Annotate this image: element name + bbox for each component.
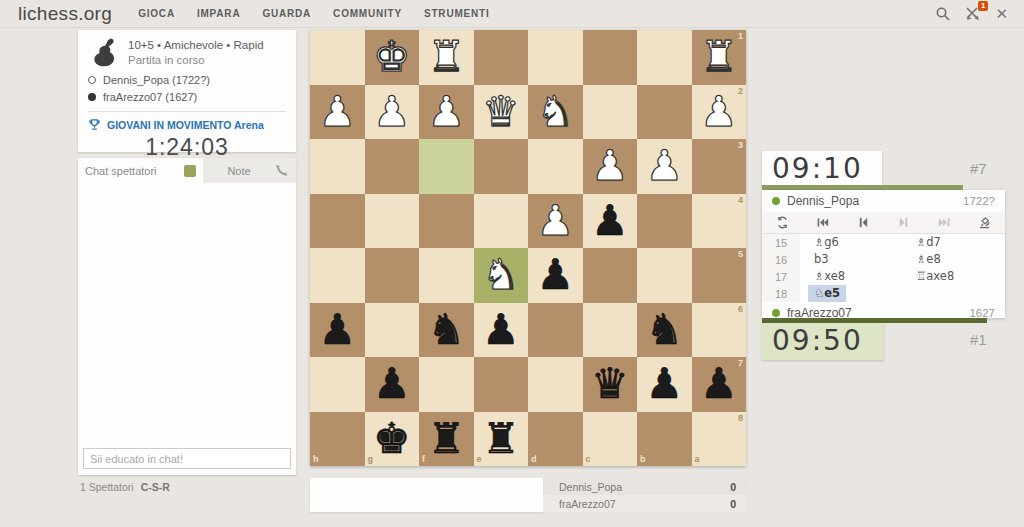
rank-label-3: 3 (738, 141, 743, 150)
move-list: 15♗g6♗d716b3♗e817♗xe8♖axe818♘e5 (762, 234, 1005, 302)
piece-bP: ♟ (591, 200, 629, 242)
last-move-button[interactable] (924, 216, 965, 229)
square-b8[interactable]: b (637, 412, 692, 467)
lichess-game-page: lichess.org GIOCAIMPARAGUARDACOMMUNITYST… (0, 0, 1024, 527)
square-h6[interactable]: ♟ (310, 303, 365, 358)
tournament-clock: 1:24:03 (88, 134, 286, 161)
square-a8[interactable]: a8 (692, 412, 747, 467)
piece-wP: ♟ (427, 91, 465, 133)
close-icon[interactable]: ✕ (995, 6, 1008, 22)
piece-bP: ♟ (318, 309, 356, 351)
square-h4[interactable] (310, 194, 365, 249)
divider (88, 111, 286, 112)
file-label-f: f (422, 455, 425, 464)
square-c6[interactable] (583, 303, 638, 358)
piece-wP: ♟ (536, 200, 574, 242)
file-label-c: c (586, 455, 591, 464)
square-h1[interactable] (310, 30, 365, 85)
move-cell[interactable]: ♗d7 (902, 234, 1004, 251)
square-f8[interactable]: ♜f (419, 412, 474, 467)
piece-bP: ♟ (536, 254, 574, 296)
game-status: Partita in corso (128, 53, 264, 68)
score-row[interactable]: Dennis_Popa0 (543, 478, 746, 495)
square-e4[interactable] (474, 194, 529, 249)
square-e7[interactable] (474, 357, 529, 412)
square-b7[interactable]: ♟ (637, 357, 692, 412)
piece-wP: ♟ (591, 145, 629, 187)
square-d7[interactable] (528, 357, 583, 412)
square-g5[interactable] (365, 248, 420, 303)
nav-item-impara[interactable]: IMPARA (197, 8, 241, 19)
piece-wP: ♟ (373, 91, 411, 133)
score-player-name: Dennis_Popa (559, 481, 622, 493)
square-f1[interactable]: ♜ (419, 30, 474, 85)
nav-menu: GIOCAIMPARAGUARDACOMMUNITYSTRUMENTI (138, 8, 489, 19)
square-g1[interactable]: ♚ (365, 30, 420, 85)
square-c5[interactable] (583, 248, 638, 303)
square-a3[interactable]: 3 (692, 139, 747, 194)
square-b4[interactable] (637, 194, 692, 249)
rank-label-8: 8 (738, 414, 743, 423)
rapid-rabbit-icon (88, 38, 118, 70)
square-e5[interactable]: ♞ (474, 248, 529, 303)
black-tournament-rank: #1 (970, 331, 987, 348)
move-cell[interactable]: ♗xe8 (800, 268, 902, 285)
square-e1[interactable] (474, 30, 529, 85)
black-player-name: fraArezzo07 (1627) (103, 91, 197, 103)
first-move-button[interactable] (803, 216, 844, 229)
piece-bP: ♟ (373, 363, 411, 405)
rank-label-6: 6 (738, 305, 743, 314)
trophy-icon (88, 118, 101, 131)
move-number: 18 (762, 285, 800, 302)
square-c4[interactable]: ♟ (583, 194, 638, 249)
time-control-label: 10+5 • Amichevole • Rapid (128, 38, 264, 53)
online-dot-icon (772, 197, 780, 205)
move-row-18: 18♘e5 (762, 285, 1005, 302)
square-h5[interactable] (310, 248, 365, 303)
square-f3[interactable] (419, 139, 474, 194)
square-g2[interactable]: ♟ (365, 85, 420, 140)
nav-item-community[interactable]: COMMUNITY (333, 8, 402, 19)
square-c1[interactable] (583, 30, 638, 85)
square-a2[interactable]: ♟2 (692, 85, 747, 140)
nav-item-gioca[interactable]: GIOCA (138, 8, 175, 19)
rank-label-7: 7 (738, 359, 743, 368)
lichess-logo[interactable]: lichess.org (18, 3, 112, 25)
next-move-button[interactable] (884, 216, 925, 229)
square-c2[interactable] (583, 85, 638, 140)
rank-label-5: 5 (738, 250, 743, 259)
move-cell[interactable]: ♖axe8 (902, 268, 1004, 285)
file-label-e: e (477, 455, 482, 464)
score-value: 0 (730, 498, 736, 510)
spectators-line: 1 Spettatori C-S-R (80, 481, 170, 493)
square-d6[interactable] (528, 303, 583, 358)
nav-item-strumenti[interactable]: STRUMENTI (424, 8, 490, 19)
flip-board-button[interactable] (762, 216, 803, 229)
challenge-count-badge: 1 (978, 1, 988, 12)
chat-messages-area[interactable] (78, 183, 296, 444)
piece-wN: ♞ (536, 91, 574, 133)
search-icon[interactable] (935, 6, 951, 22)
rank-label-1: 1 (738, 32, 743, 41)
tournament-name: GIOVANI IN MOVIMENTO Arena (107, 119, 264, 131)
chat-toggle[interactable] (184, 165, 196, 177)
top-nav: lichess.org GIOCAIMPARAGUARDACOMMUNITYST… (0, 0, 1024, 28)
white-tournament-rank: #7 (970, 160, 987, 177)
piece-bP: ♟ (700, 363, 738, 405)
square-a4[interactable]: 4 (692, 194, 747, 249)
move-row-16: 16b3♗e8 (762, 251, 1005, 268)
move-number: 16 (762, 251, 800, 268)
piece-bR: ♜ (427, 418, 465, 460)
square-e6[interactable]: ♟ (474, 303, 529, 358)
move-cell[interactable]: b3 (800, 251, 902, 268)
square-d3[interactable] (528, 139, 583, 194)
square-d4[interactable]: ♟ (528, 194, 583, 249)
move-row-15: 15♗g6♗d7 (762, 234, 1005, 251)
square-b3[interactable]: ♟ (637, 139, 692, 194)
file-label-b: b (640, 455, 646, 464)
spectators-count: 1 Spettatori (80, 481, 134, 493)
piece-bK: ♚ (373, 418, 411, 460)
file-label-a: a (695, 455, 700, 464)
spectator-names[interactable]: C-S-R (141, 481, 170, 493)
nav-item-guarda[interactable]: GUARDA (262, 8, 311, 19)
square-h3[interactable] (310, 139, 365, 194)
piece-wR: ♜ (427, 36, 465, 78)
move-row-17: 17♗xe8♖axe8 (762, 268, 1005, 285)
rank-label-2: 2 (738, 87, 743, 96)
black-clock: 09:50 (762, 323, 884, 360)
square-h7[interactable] (310, 357, 365, 412)
square-g6[interactable] (365, 303, 420, 358)
square-f7[interactable] (419, 357, 474, 412)
square-b1[interactable] (637, 30, 692, 85)
piece-bP: ♟ (482, 309, 520, 351)
file-label-g: g (368, 455, 374, 464)
square-g7[interactable]: ♟ (365, 357, 420, 412)
piece-bN: ♞ (645, 309, 683, 351)
score-bar-empty-area (310, 478, 543, 512)
white-clock: 09:10 (762, 151, 882, 188)
tab-note[interactable]: Note (203, 158, 275, 183)
tab-chat-spettatori[interactable]: Chat spettatori (78, 158, 203, 183)
game-info-card: 10+5 • Amichevole • Rapid Partita in cor… (78, 30, 296, 152)
square-f4[interactable] (419, 194, 474, 249)
rank-label-4: 4 (738, 196, 743, 205)
challenges-icon[interactable]: 1 (965, 6, 981, 22)
move-cell[interactable]: ♘e5 (800, 285, 902, 302)
score-value: 0 (730, 481, 736, 493)
analysis-microscope-button[interactable] (965, 216, 1006, 229)
prev-move-button[interactable] (843, 216, 884, 229)
move-number: 17 (762, 268, 800, 285)
file-label-d: d (531, 455, 537, 464)
piece-wP: ♟ (318, 91, 356, 133)
piece-bR: ♜ (482, 418, 520, 460)
top-player-rating: 1722? (963, 195, 995, 207)
score-table: Dennis_Popa0fraArezzo070 (543, 478, 746, 512)
top-player-row[interactable]: Dennis_Popa 1722? (762, 190, 1005, 212)
black-color-icon (88, 93, 96, 101)
score-player-name: fraArezzo07 (559, 498, 616, 510)
move-cell[interactable]: ♗e8 (902, 251, 1004, 268)
square-e2[interactable]: ♛ (474, 85, 529, 140)
note-tab-label: Note (227, 165, 250, 177)
square-g3[interactable] (365, 139, 420, 194)
piece-bN: ♞ (427, 309, 465, 351)
square-a5[interactable]: 5 (692, 248, 747, 303)
chat-tab-label: Chat spettatori (85, 165, 157, 177)
phone-icon[interactable] (275, 164, 288, 177)
square-h2[interactable]: ♟ (310, 85, 365, 140)
piece-bQ: ♛ (591, 363, 629, 405)
piece-wN: ♞ (482, 254, 520, 296)
nav-right: 1 ✕ (935, 6, 1024, 22)
black-player-line[interactable]: fraArezzo07 (1627) (88, 89, 286, 104)
square-a7[interactable]: ♟7 (692, 357, 747, 412)
piece-bP: ♟ (645, 363, 683, 405)
square-c3[interactable]: ♟ (583, 139, 638, 194)
square-b5[interactable] (637, 248, 692, 303)
move-cell[interactable]: ♗g6 (800, 234, 902, 251)
chat-input[interactable] (83, 448, 291, 469)
square-f6[interactable]: ♞ (419, 303, 474, 358)
top-player-name: Dennis_Popa (787, 194, 859, 208)
score-bar: Dennis_Popa0fraArezzo070 (310, 478, 746, 512)
square-a6[interactable]: 6 (692, 303, 747, 358)
piece-wK: ♚ (373, 36, 411, 78)
square-g8[interactable]: ♚g (365, 412, 420, 467)
file-label-h: h (313, 455, 319, 464)
square-d1[interactable] (528, 30, 583, 85)
piece-wP: ♟ (700, 91, 738, 133)
square-d2[interactable]: ♞ (528, 85, 583, 140)
white-player-name: Dennis_Popa (1722?) (103, 74, 210, 86)
square-a1[interactable]: ♜1 (692, 30, 747, 85)
score-row[interactable]: fraArezzo070 (543, 495, 746, 512)
square-d5[interactable]: ♟ (528, 248, 583, 303)
move-controls (762, 212, 1005, 234)
square-e3[interactable] (474, 139, 529, 194)
square-f5[interactable] (419, 248, 474, 303)
moves-panel: Dennis_Popa 1722? (762, 190, 1005, 318)
white-color-icon (88, 76, 96, 84)
move-number: 15 (762, 234, 800, 251)
square-h8[interactable]: h (310, 412, 365, 467)
chess-board[interactable]: ♚♜♜1♟♟♟♛♞♟2♟♟3♟♟4♞♟5♟♞♟♞6♟♛♟♟7h♚g♜f♜edcb… (310, 30, 746, 466)
square-g4[interactable] (365, 194, 420, 249)
square-c8[interactable]: c (583, 412, 638, 467)
piece-wR: ♜ (700, 36, 738, 78)
square-b6[interactable]: ♞ (637, 303, 692, 358)
square-e8[interactable]: ♜e (474, 412, 529, 467)
chat-card: Chat spettatori Note (78, 158, 296, 475)
white-player-line[interactable]: Dennis_Popa (1722?) (88, 72, 286, 87)
online-dot-icon (772, 309, 780, 317)
square-d8[interactable]: d (528, 412, 583, 467)
square-b2[interactable] (637, 85, 692, 140)
piece-wP: ♟ (645, 145, 683, 187)
tournament-link[interactable]: GIOVANI IN MOVIMENTO Arena (88, 118, 286, 131)
square-f2[interactable]: ♟ (419, 85, 474, 140)
square-c7[interactable]: ♛ (583, 357, 638, 412)
piece-wQ: ♛ (482, 91, 520, 133)
